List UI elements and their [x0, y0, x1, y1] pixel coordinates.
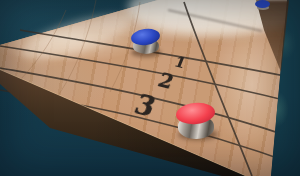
- puck-red[interactable]: [176, 103, 216, 141]
- puck-blue-cap: [255, 0, 270, 8]
- shuffleboard-photo: 1 2 3: [0, 0, 300, 176]
- puck-blue-near[interactable]: [131, 29, 161, 57]
- plank-seam: [18, 10, 66, 82]
- puck-blue-far[interactable]: [255, 0, 271, 11]
- lane-edge-line: [184, 2, 252, 176]
- plank-seam: [50, 0, 96, 106]
- far-end-line: [168, 10, 262, 31]
